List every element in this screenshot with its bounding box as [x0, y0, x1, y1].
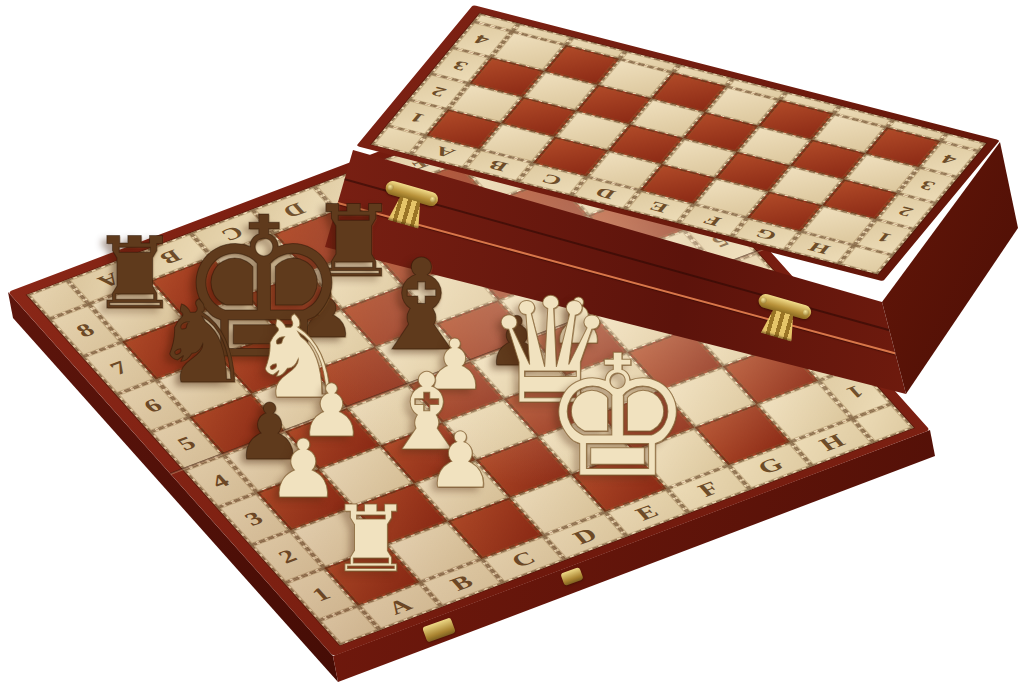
- white-pawn-c2[interactable]: ♟: [426, 423, 495, 500]
- white-rook-a1[interactable]: ♜: [329, 494, 411, 586]
- white-king-e1[interactable]: ♚: [542, 333, 693, 501]
- product-photo-chess-set: ABCDEFGH8877665544332211ABCDEFGH 4433221…: [0, 0, 1020, 694]
- dark-knight-a6[interactable]: ♞: [151, 286, 253, 400]
- box-clasp-icon: [749, 290, 814, 349]
